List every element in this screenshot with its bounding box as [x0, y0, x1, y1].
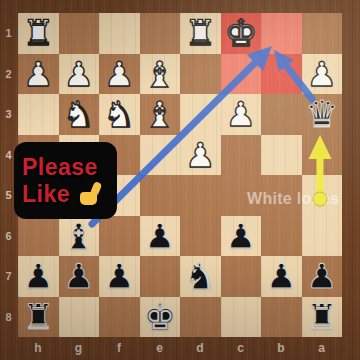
square-c2[interactable]	[221, 54, 262, 95]
black-P-h7[interactable]: ♟	[18, 256, 59, 297]
white-N-f3[interactable]: ♞	[99, 94, 140, 135]
square-e7[interactable]	[140, 256, 181, 297]
file-label-f: f	[109, 341, 129, 355]
black-Q-a3[interactable]: ♛	[302, 94, 343, 135]
square-c8[interactable]	[221, 297, 262, 338]
square-g8[interactable]	[59, 297, 100, 338]
overlay-line-like: Like	[22, 181, 117, 208]
square-d5[interactable]	[180, 175, 221, 216]
white-P-d4[interactable]: ♟	[180, 135, 221, 176]
square-b6[interactable]	[261, 216, 302, 257]
overlay-line-please: Please	[22, 154, 117, 181]
square-f6[interactable]	[99, 216, 140, 257]
rank-label-2: 2	[0, 68, 17, 80]
square-a4[interactable]	[302, 135, 343, 176]
white-P-f2[interactable]: ♟	[99, 54, 140, 95]
black-P-e6[interactable]: ♟	[140, 216, 181, 257]
square-d2[interactable]	[180, 54, 221, 95]
white-R-h1[interactable]: ♜	[18, 13, 59, 54]
black-P-b7[interactable]: ♟	[261, 256, 302, 297]
thumbs-up-icon	[77, 182, 103, 207]
black-P-f7[interactable]: ♟	[99, 256, 140, 297]
rank-label-1: 1	[0, 27, 17, 39]
square-e1[interactable]	[140, 13, 181, 54]
white-P-a2[interactable]: ♟	[302, 54, 343, 95]
black-R-a8[interactable]: ♜	[302, 297, 343, 338]
black-P-a7[interactable]: ♟	[302, 256, 343, 297]
rank-label-3: 3	[0, 108, 17, 120]
square-f8[interactable]	[99, 297, 140, 338]
square-h6[interactable]	[18, 216, 59, 257]
file-label-g: g	[69, 341, 89, 355]
white-N-g3[interactable]: ♞	[59, 94, 100, 135]
square-b1[interactable]	[261, 13, 302, 54]
white-K-c1[interactable]: ♚	[221, 13, 262, 54]
watermark: White loses	[247, 190, 339, 208]
black-R-h8[interactable]: ♜	[18, 297, 59, 338]
square-d6[interactable]	[180, 216, 221, 257]
square-f1[interactable]	[99, 13, 140, 54]
white-R-d1[interactable]: ♜	[180, 13, 221, 54]
please-text: Please	[22, 154, 98, 181]
square-b8[interactable]	[261, 297, 302, 338]
square-e5[interactable]	[140, 175, 181, 216]
square-h3[interactable]	[18, 94, 59, 135]
white-P-c3[interactable]: ♟	[221, 94, 262, 135]
square-b2[interactable]	[261, 54, 302, 95]
square-a6[interactable]	[302, 216, 343, 257]
like-text: Like	[22, 181, 70, 208]
white-P-h2[interactable]: ♟	[18, 54, 59, 95]
square-e4[interactable]	[140, 135, 181, 176]
file-label-h: h	[28, 341, 48, 355]
file-label-c: c	[231, 341, 251, 355]
file-label-a: a	[312, 341, 332, 355]
white-B-e2[interactable]: ♝	[140, 54, 181, 95]
file-label-e: e	[150, 341, 170, 355]
square-b4[interactable]	[261, 135, 302, 176]
square-c7[interactable]	[221, 256, 262, 297]
rank-label-6: 6	[0, 230, 17, 242]
black-K-e8[interactable]: ♚	[140, 297, 181, 338]
file-label-b: b	[271, 341, 291, 355]
white-P-g2[interactable]: ♟	[59, 54, 100, 95]
white-B-e3[interactable]: ♝	[140, 94, 181, 135]
square-c4[interactable]	[221, 135, 262, 176]
rank-label-7: 7	[0, 270, 17, 282]
square-d3[interactable]	[180, 94, 221, 135]
square-d8[interactable]	[180, 297, 221, 338]
black-P-c6[interactable]: ♟	[221, 216, 262, 257]
rank-label-8: 8	[0, 311, 17, 323]
file-label-d: d	[190, 341, 210, 355]
please-like-overlay: Please Like	[14, 142, 117, 219]
square-a1[interactable]	[302, 13, 343, 54]
thumbnail-stage: ♜♜♚♟♟♟♝♟♞♞♝♟♛♟♝♟♟♟♟♟♞♟♟♜♚♜ White loses P…	[0, 0, 360, 360]
thumbs-up-fist	[80, 192, 97, 205]
square-b3[interactable]	[261, 94, 302, 135]
square-g1[interactable]	[59, 13, 100, 54]
black-P-g7[interactable]: ♟	[59, 256, 100, 297]
black-N-d7[interactable]: ♞	[180, 256, 221, 297]
black-B-g6[interactable]: ♝	[59, 216, 100, 257]
